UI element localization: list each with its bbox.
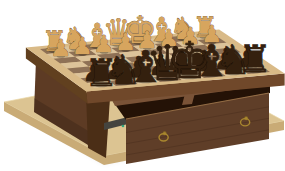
piece-black-rook-h8[interactable]: ♜ bbox=[238, 37, 272, 81]
chess-set-scene: ♜♞♝♛♚♝♞♜♟♟♟♟♟♟♟♟♟♟♟♟♟♟♟♟♜♞♝♛♚♝♞♜ bbox=[0, 0, 285, 171]
drawer-slide-dot bbox=[122, 125, 125, 128]
piece-white-pawn-a2[interactable]: ♟ bbox=[50, 34, 71, 62]
chess-set-photo: ♜♞♝♛♚♝♞♜♟♟♟♟♟♟♟♟♟♟♟♟♟♟♟♟♜♞♝♛♚♝♞♜ bbox=[0, 0, 285, 171]
drawer-pull-knob bbox=[245, 117, 247, 119]
drawer-pull-knob bbox=[163, 132, 165, 134]
